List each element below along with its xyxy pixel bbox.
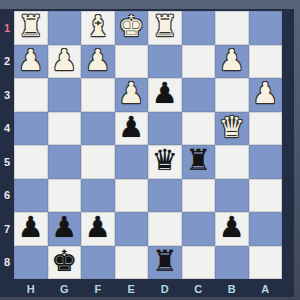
square-e3[interactable]: ♟ [115, 78, 149, 112]
square-a8[interactable] [249, 246, 283, 280]
square-e8[interactable] [115, 246, 149, 280]
chess-board: ♜♝♚♜♟♟♟♟♟♟♟♟♛♛♜♟♟♟♟♚♜ [14, 11, 282, 279]
file-labels: HGFEDCBA [14, 280, 282, 297]
square-b7[interactable]: ♟ [215, 212, 249, 246]
square-f4[interactable] [81, 112, 115, 146]
square-d8[interactable]: ♜ [148, 246, 182, 280]
square-c1[interactable] [182, 11, 216, 45]
square-d6[interactable] [148, 179, 182, 213]
square-f2[interactable]: ♟ [81, 45, 115, 79]
file-label-c: C [182, 280, 216, 297]
square-a3[interactable]: ♟ [249, 78, 283, 112]
square-a1[interactable] [249, 11, 283, 45]
square-b4[interactable]: ♛ [215, 112, 249, 146]
square-f3[interactable] [81, 78, 115, 112]
square-c4[interactable] [182, 112, 216, 146]
square-g5[interactable] [48, 145, 82, 179]
black-pawn: ♟ [85, 213, 111, 242]
square-h3[interactable] [14, 78, 48, 112]
square-a2[interactable] [249, 45, 283, 79]
square-b5[interactable] [215, 145, 249, 179]
square-d4[interactable] [148, 112, 182, 146]
white-pawn: ♟ [118, 79, 144, 108]
rank-label-8: 8 [0, 246, 14, 280]
rank-labels: 12345678 [0, 11, 14, 279]
square-e5[interactable] [115, 145, 149, 179]
square-b6[interactable] [215, 179, 249, 213]
square-c8[interactable] [182, 246, 216, 280]
square-h6[interactable] [14, 179, 48, 213]
black-pawn: ♟ [51, 213, 77, 242]
white-rook: ♜ [18, 12, 44, 41]
rank-label-3: 3 [0, 78, 14, 112]
rank-label-7: 7 [0, 212, 14, 246]
white-queen: ♛ [219, 113, 245, 142]
square-b3[interactable] [215, 78, 249, 112]
square-c3[interactable] [182, 78, 216, 112]
square-g1[interactable] [48, 11, 82, 45]
square-e1[interactable]: ♚ [115, 11, 149, 45]
square-d1[interactable]: ♜ [148, 11, 182, 45]
black-pawn: ♟ [18, 213, 44, 242]
rank-label-1: 1 [0, 11, 14, 45]
square-f5[interactable] [81, 145, 115, 179]
square-h8[interactable] [14, 246, 48, 280]
white-pawn: ♟ [51, 46, 77, 75]
file-label-h: H [14, 280, 48, 297]
file-label-d: D [148, 280, 182, 297]
square-e4[interactable]: ♟ [115, 112, 149, 146]
white-pawn: ♟ [85, 46, 111, 75]
square-a7[interactable] [249, 212, 283, 246]
square-b1[interactable] [215, 11, 249, 45]
square-h2[interactable]: ♟ [14, 45, 48, 79]
white-pawn: ♟ [219, 46, 245, 75]
black-pawn: ♟ [118, 113, 144, 142]
square-e6[interactable] [115, 179, 149, 213]
file-label-b: B [215, 280, 249, 297]
black-pawn: ♟ [219, 213, 245, 242]
square-d3[interactable]: ♟ [148, 78, 182, 112]
rank-label-2: 2 [0, 45, 14, 79]
square-g6[interactable] [48, 179, 82, 213]
square-a5[interactable] [249, 145, 283, 179]
square-c2[interactable] [182, 45, 216, 79]
file-label-f: F [81, 280, 115, 297]
square-d7[interactable] [148, 212, 182, 246]
file-label-a: A [249, 280, 283, 297]
rank-label-6: 6 [0, 179, 14, 213]
square-d2[interactable] [148, 45, 182, 79]
black-king: ♚ [51, 247, 77, 276]
square-g2[interactable]: ♟ [48, 45, 82, 79]
square-b8[interactable] [215, 246, 249, 280]
rank-label-5: 5 [0, 145, 14, 179]
black-pawn: ♟ [152, 79, 178, 108]
white-pawn: ♟ [18, 46, 44, 75]
file-label-e: E [115, 280, 149, 297]
square-a4[interactable] [249, 112, 283, 146]
square-g3[interactable] [48, 78, 82, 112]
square-h5[interactable] [14, 145, 48, 179]
chess-diagram: 12345678 ♜♝♚♜♟♟♟♟♟♟♟♟♛♛♜♟♟♟♟♚♜ HGFEDCBA [0, 0, 300, 300]
square-e7[interactable] [115, 212, 149, 246]
square-c5[interactable]: ♜ [182, 145, 216, 179]
file-label-g: G [48, 280, 82, 297]
square-e2[interactable] [115, 45, 149, 79]
white-rook: ♜ [152, 12, 178, 41]
white-bishop: ♝ [85, 12, 111, 41]
square-f8[interactable] [81, 246, 115, 280]
white-pawn: ♟ [252, 79, 278, 108]
white-king: ♚ [118, 12, 144, 41]
square-c6[interactable] [182, 179, 216, 213]
square-h7[interactable]: ♟ [14, 212, 48, 246]
square-d5[interactable]: ♛ [148, 145, 182, 179]
black-rook: ♜ [185, 146, 211, 175]
square-h1[interactable]: ♜ [14, 11, 48, 45]
square-f7[interactable]: ♟ [81, 212, 115, 246]
square-g8[interactable]: ♚ [48, 246, 82, 280]
square-f6[interactable] [81, 179, 115, 213]
square-g7[interactable]: ♟ [48, 212, 82, 246]
black-rook: ♜ [152, 247, 178, 276]
square-f1[interactable]: ♝ [81, 11, 115, 45]
square-a6[interactable] [249, 179, 283, 213]
square-b2[interactable]: ♟ [215, 45, 249, 79]
square-c7[interactable] [182, 212, 216, 246]
square-g4[interactable] [48, 112, 82, 146]
black-queen: ♛ [152, 146, 178, 175]
rank-label-4: 4 [0, 112, 14, 146]
square-h4[interactable] [14, 112, 48, 146]
